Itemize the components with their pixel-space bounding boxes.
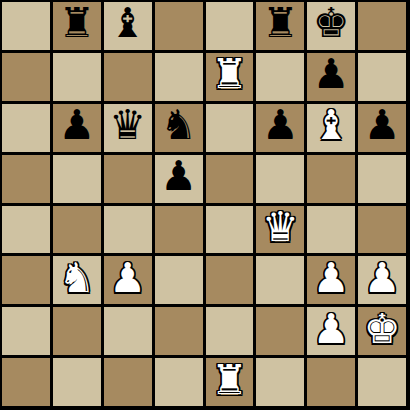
piece-black-king: ♚ [313,3,350,44]
square-e1[interactable]: ♜ [206,358,254,406]
square-d6[interactable]: ♞ [155,104,203,152]
square-h7[interactable] [358,53,406,101]
square-h3[interactable]: ♟ [358,256,406,304]
square-d4[interactable] [155,206,203,254]
square-b4[interactable] [53,206,101,254]
piece-white-knight: ♞ [58,258,95,299]
piece-white-king: ♚ [364,309,401,350]
piece-white-queen: ♛ [262,207,299,248]
square-b7[interactable] [53,53,101,101]
piece-black-rook: ♜ [262,3,299,44]
chess-board-frame: ♜♝♜♚♜♟♟♛♞♟♝♟♟♛♞♟♟♟♟♚♜ [0,0,410,410]
square-h5[interactable] [358,155,406,203]
piece-black-pawn: ♟ [58,105,95,146]
piece-white-bishop: ♝ [313,105,350,146]
piece-black-pawn: ♟ [160,156,197,197]
piece-black-rook: ♜ [58,3,95,44]
square-e3[interactable] [206,256,254,304]
square-a8[interactable] [2,2,50,50]
square-g8[interactable]: ♚ [307,2,355,50]
piece-black-queen: ♛ [109,105,146,146]
square-f6[interactable]: ♟ [256,104,304,152]
piece-white-pawn: ♟ [313,258,350,299]
square-g5[interactable] [307,155,355,203]
square-c2[interactable] [104,307,152,355]
square-f2[interactable] [256,307,304,355]
square-f7[interactable] [256,53,304,101]
piece-black-pawn: ♟ [262,105,299,146]
piece-white-pawn: ♟ [313,309,350,350]
square-e2[interactable] [206,307,254,355]
square-d1[interactable] [155,358,203,406]
square-e4[interactable] [206,206,254,254]
piece-black-knight: ♞ [160,105,197,146]
square-g3[interactable]: ♟ [307,256,355,304]
square-g1[interactable] [307,358,355,406]
square-b6[interactable]: ♟ [53,104,101,152]
square-a2[interactable] [2,307,50,355]
square-g2[interactable]: ♟ [307,307,355,355]
square-f5[interactable] [256,155,304,203]
piece-black-pawn: ♟ [313,54,350,95]
piece-white-pawn: ♟ [109,258,146,299]
square-e8[interactable] [206,2,254,50]
square-g4[interactable] [307,206,355,254]
square-a6[interactable] [2,104,50,152]
square-e7[interactable]: ♜ [206,53,254,101]
square-h1[interactable] [358,358,406,406]
square-c1[interactable] [104,358,152,406]
square-g6[interactable]: ♝ [307,104,355,152]
square-a7[interactable] [2,53,50,101]
square-d2[interactable] [155,307,203,355]
square-b8[interactable]: ♜ [53,2,101,50]
square-c6[interactable]: ♛ [104,104,152,152]
square-c4[interactable] [104,206,152,254]
square-b5[interactable] [53,155,101,203]
square-d5[interactable]: ♟ [155,155,203,203]
piece-black-bishop: ♝ [109,3,146,44]
square-h4[interactable] [358,206,406,254]
square-h2[interactable]: ♚ [358,307,406,355]
square-e6[interactable] [206,104,254,152]
square-b2[interactable] [53,307,101,355]
square-f8[interactable]: ♜ [256,2,304,50]
square-f1[interactable] [256,358,304,406]
square-f3[interactable] [256,256,304,304]
square-d8[interactable] [155,2,203,50]
square-g7[interactable]: ♟ [307,53,355,101]
piece-white-rook: ♜ [211,360,248,401]
square-c3[interactable]: ♟ [104,256,152,304]
square-c8[interactable]: ♝ [104,2,152,50]
square-h6[interactable]: ♟ [358,104,406,152]
square-f4[interactable]: ♛ [256,206,304,254]
square-c5[interactable] [104,155,152,203]
square-a3[interactable] [2,256,50,304]
square-d3[interactable] [155,256,203,304]
square-h8[interactable] [358,2,406,50]
square-d7[interactable] [155,53,203,101]
square-c7[interactable] [104,53,152,101]
square-b1[interactable] [53,358,101,406]
square-e5[interactable] [206,155,254,203]
square-a1[interactable] [2,358,50,406]
piece-white-rook: ♜ [211,54,248,95]
piece-white-pawn: ♟ [364,258,401,299]
square-a5[interactable] [2,155,50,203]
square-b3[interactable]: ♞ [53,256,101,304]
piece-black-pawn: ♟ [364,105,401,146]
square-a4[interactable] [2,206,50,254]
chess-board: ♜♝♜♚♜♟♟♛♞♟♝♟♟♛♞♟♟♟♟♚♜ [2,2,406,406]
